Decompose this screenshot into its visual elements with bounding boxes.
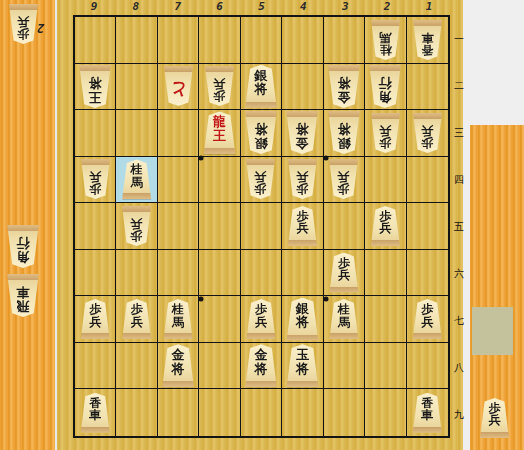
piece-char: 金 — [172, 348, 185, 362]
sente-komadai: 歩兵 — [470, 125, 524, 450]
piece-char: 兵 — [131, 316, 143, 328]
square-3-2[interactable]: 金将 — [324, 64, 365, 111]
piece-char: 銀 — [254, 69, 267, 83]
piece-char: 歩 — [89, 303, 101, 315]
piece-char: 王 — [213, 129, 226, 143]
square-2-2[interactable]: 角行 — [365, 64, 406, 111]
piece-char: 香 — [421, 43, 433, 55]
square-3-5[interactable] — [324, 203, 365, 250]
square-2-9[interactable] — [365, 389, 406, 436]
piece-char: 兵 — [255, 316, 267, 328]
piece-char: 歩 — [131, 230, 143, 242]
piece-char: 行 — [379, 77, 392, 91]
square-6-5[interactable] — [199, 203, 240, 250]
square-9-4[interactable]: 歩兵 — [75, 157, 116, 204]
square-2-1[interactable]: 桂馬 — [365, 17, 406, 64]
rank-label: 四 — [451, 156, 467, 203]
square-1-8[interactable] — [407, 343, 448, 390]
square-3-7[interactable]: 桂馬 — [324, 296, 365, 343]
sente-hand-pawn[interactable]: 歩兵 — [478, 398, 511, 438]
piece-char: 玉 — [296, 348, 309, 362]
piece-char: 桂 — [338, 303, 350, 315]
file-labels: 987654321 — [73, 0, 450, 14]
sente-hand-slot-pawn[interactable]: 歩兵 — [478, 398, 511, 438]
sente-pawn[interactable]: 歩兵 — [369, 206, 402, 246]
square-3-4[interactable]: 歩兵 — [324, 157, 365, 204]
piece-char: 将 — [337, 77, 350, 91]
piece-char: 龍 — [213, 115, 226, 129]
square-1-6[interactable] — [407, 250, 448, 297]
gote-knight[interactable]: 桂馬 — [369, 20, 402, 60]
square-5-4[interactable]: 歩兵 — [241, 157, 282, 204]
gote-pawn[interactable]: 歩兵 — [120, 206, 153, 246]
square-7-6[interactable] — [158, 250, 199, 297]
sente-dragon[interactable]: 龍王 — [202, 111, 238, 154]
square-4-5[interactable]: 歩兵 — [282, 203, 323, 250]
file-label: 3 — [324, 0, 366, 14]
piece-char: 馬 — [338, 316, 350, 328]
gote-bishop[interactable]: 角行 — [367, 65, 403, 108]
square-3-6[interactable]: 歩兵 — [324, 250, 365, 297]
piece-char: 兵 — [379, 222, 391, 234]
piece-char: 兵 — [421, 124, 433, 136]
sente-gold[interactable]: 金将 — [243, 344, 279, 387]
gote-hand-slot-pawn[interactable]: 歩兵 — [7, 4, 40, 44]
hoshi-dot — [198, 156, 203, 161]
sente-lance[interactable]: 香車 — [79, 393, 112, 433]
square-2-6[interactable] — [365, 250, 406, 297]
piece-char: 歩 — [214, 90, 226, 102]
file-label: 7 — [157, 0, 199, 14]
square-8-9[interactable] — [116, 389, 157, 436]
piece-char: 将 — [254, 82, 267, 96]
piece-char: 飛 — [17, 299, 30, 313]
square-7-1[interactable] — [158, 17, 199, 64]
square-2-4[interactable] — [365, 157, 406, 204]
square-4-4[interactable]: 歩兵 — [282, 157, 323, 204]
gote-king[interactable]: 王将 — [77, 65, 113, 108]
square-1-2[interactable] — [407, 64, 448, 111]
sente-pawn[interactable]: 歩兵 — [79, 299, 112, 339]
gote-pawn[interactable]: 歩兵 — [327, 159, 360, 199]
square-5-7[interactable]: 歩兵 — [241, 296, 282, 343]
file-label: 1 — [408, 0, 450, 14]
file-label: 9 — [73, 0, 115, 14]
square-7-3[interactable] — [158, 110, 199, 157]
square-6-3[interactable]: 龍王 — [199, 110, 240, 157]
gote-gold[interactable]: 金将 — [284, 111, 320, 154]
gote-pawn[interactable]: 歩兵 — [411, 113, 444, 153]
piece-char: 歩 — [421, 136, 433, 148]
square-5-1[interactable] — [241, 17, 282, 64]
rank-label: 九 — [451, 391, 467, 438]
gote-pawn[interactable]: 歩兵 — [79, 159, 112, 199]
piece-char: 兵 — [255, 171, 267, 183]
square-6-1[interactable] — [199, 17, 240, 64]
sente-pawn[interactable]: 歩兵 — [327, 253, 360, 293]
rank-labels: 一二三四五六七八九 — [451, 15, 467, 438]
square-1-4[interactable] — [407, 157, 448, 204]
piece-char: 桂 — [379, 43, 391, 55]
rank-label: 六 — [451, 250, 467, 297]
square-8-4[interactable]: 桂馬 — [116, 157, 157, 204]
piece-char: 金 — [337, 90, 350, 104]
gote-komadai: 歩兵 2 角行 飛車 — [0, 0, 57, 450]
gote-pawn[interactable]: 歩兵 — [244, 159, 277, 199]
gote-tokin[interactable]: と — [162, 66, 195, 106]
piece-char: 歩 — [89, 183, 101, 195]
square-5-9[interactable] — [241, 389, 282, 436]
square-5-8[interactable]: 金将 — [241, 343, 282, 390]
sente-pawn[interactable]: 歩兵 — [286, 206, 319, 246]
square-8-7[interactable]: 歩兵 — [116, 296, 157, 343]
square-7-7[interactable]: 桂馬 — [158, 296, 199, 343]
square-5-6[interactable] — [241, 250, 282, 297]
sente-pawn[interactable]: 歩兵 — [120, 299, 153, 339]
square-8-1[interactable] — [116, 17, 157, 64]
sente-silver[interactable]: 銀将 — [243, 65, 279, 108]
gote-pawn[interactable]: 歩兵 — [369, 113, 402, 153]
piece-char: 歩 — [18, 28, 30, 40]
square-3-9[interactable] — [324, 389, 365, 436]
square-1-5[interactable] — [407, 203, 448, 250]
square-6-9[interactable] — [199, 389, 240, 436]
file-label: 5 — [241, 0, 283, 14]
sente-knight[interactable]: 桂馬 — [327, 299, 360, 339]
square-7-8[interactable]: 金将 — [158, 343, 199, 390]
piece-char: 角 — [379, 90, 392, 104]
file-label: 4 — [282, 0, 324, 14]
gote-hand-pawn-count: 2 — [37, 21, 44, 35]
hoshi-dot — [324, 156, 329, 161]
square-3-3[interactable]: 銀将 — [324, 110, 365, 157]
piece-char: 金 — [296, 137, 309, 151]
square-7-2[interactable]: と — [158, 64, 199, 111]
square-9-8[interactable] — [75, 343, 116, 390]
piece-char: 歩 — [421, 303, 433, 315]
rank-label: 八 — [451, 344, 467, 391]
piece-char: 兵 — [89, 316, 101, 328]
sente-silver[interactable]: 銀将 — [284, 298, 320, 341]
piece-char: 王 — [89, 90, 102, 104]
gote-silver[interactable]: 銀将 — [243, 111, 279, 154]
piece-char: 車 — [89, 409, 101, 421]
sente-pawn[interactable]: 歩兵 — [244, 299, 277, 339]
piece-char: 歩 — [255, 183, 267, 195]
piece-char: 将 — [89, 77, 102, 91]
square-6-7[interactable] — [199, 296, 240, 343]
hoshi-dot — [324, 297, 329, 302]
square-9-7[interactable]: 歩兵 — [75, 296, 116, 343]
square-7-5[interactable] — [158, 203, 199, 250]
piece-char: 将 — [296, 123, 309, 137]
square-6-4[interactable] — [199, 157, 240, 204]
gote-lance[interactable]: 香車 — [411, 20, 444, 60]
piece-char: 兵 — [338, 269, 350, 281]
square-3-8[interactable] — [324, 343, 365, 390]
piece-char: 馬 — [131, 176, 143, 188]
sente-gold[interactable]: 金将 — [160, 344, 196, 387]
rank-label: 五 — [451, 203, 467, 250]
square-1-7[interactable]: 歩兵 — [407, 296, 448, 343]
piece-char: と — [169, 81, 186, 99]
piece-char: 兵 — [421, 316, 433, 328]
piece-char: 車 — [17, 286, 30, 300]
gote-hand-rook[interactable]: 飛車 — [5, 274, 41, 317]
square-4-8[interactable]: 玉将 — [282, 343, 323, 390]
piece-char: 将 — [254, 362, 267, 376]
piece-char: 歩 — [296, 183, 308, 195]
square-4-7[interactable]: 銀将 — [282, 296, 323, 343]
piece-char: 兵 — [18, 15, 30, 27]
board-grid: 桂馬香車王将と歩兵銀将金将角行龍王銀将金将銀将歩兵歩兵歩兵桂馬歩兵歩兵歩兵歩兵歩… — [75, 17, 448, 436]
square-9-6[interactable] — [75, 250, 116, 297]
square-1-3[interactable]: 歩兵 — [407, 110, 448, 157]
piece-char: 兵 — [296, 222, 308, 234]
gote-gold[interactable]: 金将 — [326, 65, 362, 108]
square-5-3[interactable]: 銀将 — [241, 110, 282, 157]
piece-char: 歩 — [131, 303, 143, 315]
file-label: 2 — [366, 0, 408, 14]
piece-char: 兵 — [296, 171, 308, 183]
square-7-9[interactable] — [158, 389, 199, 436]
square-8-2[interactable] — [116, 64, 157, 111]
square-2-8[interactable] — [365, 343, 406, 390]
square-5-2[interactable]: 銀将 — [241, 64, 282, 111]
piece-char: 兵 — [338, 171, 350, 183]
rank-label: 二 — [451, 62, 467, 109]
gote-pawn[interactable]: 歩兵 — [286, 159, 319, 199]
piece-char: 将 — [296, 315, 309, 329]
gote-hand-pawn[interactable]: 歩兵 — [7, 4, 40, 44]
square-2-5[interactable]: 歩兵 — [365, 203, 406, 250]
file-label: 6 — [199, 0, 241, 14]
square-9-2[interactable]: 王将 — [75, 64, 116, 111]
square-1-1[interactable]: 香車 — [407, 17, 448, 64]
piece-char: 銀 — [254, 137, 267, 151]
piece-char: 角 — [17, 250, 30, 264]
square-6-6[interactable] — [199, 250, 240, 297]
square-1-9[interactable]: 香車 — [407, 389, 448, 436]
piece-char: 兵 — [214, 77, 226, 89]
piece-char: 兵 — [131, 217, 143, 229]
gote-hand-slot-rook[interactable]: 飛車 — [5, 274, 41, 317]
piece-char: 歩 — [338, 183, 350, 195]
sente-knight[interactable]: 桂馬 — [120, 159, 153, 199]
square-9-5[interactable] — [75, 203, 116, 250]
piece-char: 将 — [337, 123, 350, 137]
piece-char: 桂 — [172, 303, 184, 315]
piece-char: 車 — [421, 31, 433, 43]
square-4-3[interactable]: 金将 — [282, 110, 323, 157]
square-8-3[interactable] — [116, 110, 157, 157]
square-5-5[interactable] — [241, 203, 282, 250]
sente-lance[interactable]: 香車 — [411, 393, 444, 433]
square-3-1[interactable] — [324, 17, 365, 64]
square-9-9[interactable]: 香車 — [75, 389, 116, 436]
square-7-4[interactable] — [158, 157, 199, 204]
gote-hand-slot-bishop[interactable]: 角行 — [5, 225, 41, 268]
piece-char: 兵 — [379, 124, 391, 136]
piece-char: 馬 — [172, 316, 184, 328]
square-6-8[interactable] — [199, 343, 240, 390]
square-9-1[interactable] — [75, 17, 116, 64]
piece-char: 銀 — [337, 137, 350, 151]
piece-char: 行 — [17, 237, 30, 251]
piece-char: 歩 — [379, 136, 391, 148]
piece-char: 将 — [254, 123, 267, 137]
square-2-3[interactable]: 歩兵 — [365, 110, 406, 157]
piece-char: 車 — [421, 409, 433, 421]
piece-char: 歩 — [255, 303, 267, 315]
square-4-9[interactable] — [282, 389, 323, 436]
piece-char: 兵 — [489, 414, 501, 426]
piece-char: 銀 — [296, 302, 309, 316]
piece-char: 馬 — [379, 31, 391, 43]
rank-label: 七 — [451, 297, 467, 344]
square-4-6[interactable] — [282, 250, 323, 297]
file-label: 8 — [115, 0, 157, 14]
square-4-1[interactable] — [282, 17, 323, 64]
sente-knight[interactable]: 桂馬 — [162, 299, 195, 339]
piece-char: 金 — [254, 348, 267, 362]
gote-silver[interactable]: 銀将 — [326, 111, 362, 154]
square-8-5[interactable]: 歩兵 — [116, 203, 157, 250]
piece-char: 将 — [296, 362, 309, 376]
sente-king[interactable]: 玉将 — [284, 344, 320, 387]
square-8-8[interactable] — [116, 343, 157, 390]
komadai-highlight — [472, 307, 513, 355]
gote-hand-bishop[interactable]: 角行 — [5, 225, 41, 268]
board-frame: 桂馬香車王将と歩兵銀将金将角行龍王銀将金将銀将歩兵歩兵歩兵桂馬歩兵歩兵歩兵歩兵歩… — [73, 15, 450, 438]
gote-pawn[interactable]: 歩兵 — [203, 66, 236, 106]
square-2-7[interactable] — [365, 296, 406, 343]
piece-char: 将 — [172, 362, 185, 376]
square-9-3[interactable] — [75, 110, 116, 157]
hoshi-dot — [198, 297, 203, 302]
rank-label: 一 — [451, 15, 467, 62]
square-4-2[interactable] — [282, 64, 323, 111]
piece-char: 兵 — [89, 171, 101, 183]
rank-label: 三 — [451, 109, 467, 156]
square-6-2[interactable]: 歩兵 — [199, 64, 240, 111]
shogi-board: 987654321 一二三四五六七八九 桂馬香車王将と歩兵銀将金将角行龍王銀将金… — [57, 0, 463, 450]
square-8-6[interactable] — [116, 250, 157, 297]
sente-pawn[interactable]: 歩兵 — [411, 299, 444, 339]
